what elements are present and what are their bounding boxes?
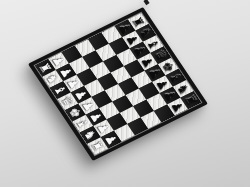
photo-scene: ♜♞♝♛♚♝♞♜♟♟♟♟♟♟♟♟♟♟♟♟♟♟♟♟♜♞♝♛♚♝♞♜ [0, 0, 250, 187]
chess-board: ♜♞♝♛♚♝♞♜♟♟♟♟♟♟♟♟♟♟♟♟♟♟♟♟♜♞♝♛♚♝♞♜ [28, 7, 208, 161]
board-shadow: ♜♞♝♛♚♝♞♜♟♟♟♟♟♟♟♟♟♟♟♟♟♟♟♟♜♞♝♛♚♝♞♜ [0, 0, 250, 187]
piece-white-rook: ♜ [89, 139, 106, 153]
board-clasp-icon [143, 0, 149, 5]
board-grid: ♜♞♝♛♚♝♞♜♟♟♟♟♟♟♟♟♟♟♟♟♟♟♟♟♜♞♝♛♚♝♞♜ [35, 13, 201, 155]
